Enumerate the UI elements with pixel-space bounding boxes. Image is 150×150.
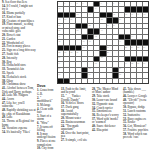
cell-r12c4[interactable] xyxy=(76,62,81,66)
black-cell-r9c3 xyxy=(70,46,75,50)
cell-r8c2[interactable] xyxy=(64,40,69,44)
cell-r11c9[interactable] xyxy=(107,57,112,61)
cell-r12c15[interactable]: 56 xyxy=(143,62,148,66)
cell-number: 7 xyxy=(107,2,108,4)
cell-r1c11[interactable]: 9 xyxy=(119,2,124,6)
cell-number: 48 xyxy=(107,51,109,53)
cell-r14c6[interactable]: 61 xyxy=(88,73,93,77)
cell-number: 37 xyxy=(119,40,121,42)
cell-number: 6 xyxy=(101,2,102,4)
cell-number: 42 xyxy=(137,46,139,48)
cell-r12c11[interactable] xyxy=(119,62,124,66)
cell-number: 17 xyxy=(137,13,139,15)
cell-number: 58 xyxy=(89,67,91,69)
black-cell-r7c6 xyxy=(88,35,93,39)
cell-number: 55 xyxy=(137,62,139,64)
cell-r4c15[interactable] xyxy=(143,18,148,22)
down-clues-column-2: 13. Push to the limit, and beyond15. "__… xyxy=(61,88,90,143)
black-cell-r10c8 xyxy=(100,51,105,55)
cell-r10c13[interactable] xyxy=(131,51,136,55)
black-cell-r9c4 xyxy=(76,46,81,50)
cell-r6c1[interactable]: 28 xyxy=(58,29,63,33)
cell-r15c6[interactable] xyxy=(88,79,93,83)
cell-r1c5[interactable]: 5 xyxy=(82,2,87,6)
clue-text: It's basically 'Yikes' xyxy=(7,130,31,134)
cell-r3c6[interactable]: 13 xyxy=(88,13,93,17)
black-cell-r15c2 xyxy=(64,79,69,83)
cell-r14c15[interactable] xyxy=(143,73,148,77)
cell-r6c10[interactable] xyxy=(113,29,118,33)
down-clues-column-4: 45. Take down ___ (humble)46. Lawyer: Go… xyxy=(123,88,149,140)
cell-number: 59 xyxy=(119,67,121,69)
cell-r9c13[interactable]: 41 xyxy=(131,46,136,50)
black-cell-r11c7 xyxy=(94,57,99,61)
cell-number: 10 xyxy=(58,7,60,9)
cell-r9c11[interactable] xyxy=(119,46,124,50)
cell-number: 33 xyxy=(131,35,133,37)
cell-r6c12[interactable] xyxy=(125,29,130,33)
cell-r12c14[interactable]: 55 xyxy=(137,62,142,66)
cell-r3c7[interactable] xyxy=(94,13,99,17)
cell-r10c14[interactable] xyxy=(137,51,142,55)
black-cell-r3c1 xyxy=(58,13,63,17)
cell-number: 41 xyxy=(131,46,133,48)
cell-r8c8[interactable] xyxy=(100,40,105,44)
black-cell-r14c10 xyxy=(113,73,118,77)
cell-r1c6[interactable] xyxy=(88,2,93,6)
cell-number: 31 xyxy=(58,35,60,37)
cell-r1c9[interactable]: 7 xyxy=(107,2,112,6)
cell-r13c9[interactable] xyxy=(107,68,112,72)
cell-r4c6[interactable] xyxy=(88,18,93,22)
black-cell-r7c11 xyxy=(119,35,124,39)
cell-r8c9[interactable] xyxy=(107,40,112,44)
black-cell-r11c14 xyxy=(137,57,142,61)
cell-number: 5 xyxy=(83,2,84,4)
cell-number: 56 xyxy=(143,62,145,64)
cell-r10c15[interactable] xyxy=(143,51,148,55)
cell-r1c13[interactable] xyxy=(131,2,136,6)
black-cell-r7c5 xyxy=(82,35,87,39)
black-cell-r11c13 xyxy=(131,57,136,61)
cell-r9c14[interactable]: 42 xyxy=(137,46,142,50)
cell-r11c10[interactable] xyxy=(113,57,118,61)
cell-r15c8[interactable] xyxy=(100,79,105,83)
cell-r4c12[interactable] xyxy=(125,18,130,22)
cell-r14c9[interactable] xyxy=(107,73,112,77)
cell-r6c9[interactable] xyxy=(107,29,112,33)
black-cell-r15c1 xyxy=(58,79,63,83)
down-clues-list-2: 13. Push to the limit, and beyond15. "__… xyxy=(61,88,90,143)
cell-number: 24 xyxy=(58,24,60,26)
cell-r15c3[interactable]: 63 xyxy=(70,79,75,83)
cell-r4c1[interactable]: 19 xyxy=(58,18,63,22)
cell-r3c11[interactable] xyxy=(119,13,124,17)
cell-number: 3 xyxy=(70,2,71,4)
black-cell-r7c12 xyxy=(125,35,130,39)
cell-number: 8 xyxy=(113,2,114,4)
cell-r6c8[interactable]: 30 xyxy=(100,29,105,33)
down-clues-list-3: 28. 'The Master Mind of Mars' author29. … xyxy=(92,88,121,132)
cell-r13c15[interactable] xyxy=(143,68,148,72)
cell-r9c5[interactable]: 38 xyxy=(82,46,87,50)
cell-r2c1[interactable]: 10 xyxy=(58,7,63,11)
clue-item: 10. City from Charlie Chaplin xyxy=(37,147,58,150)
cell-r7c14[interactable] xyxy=(137,35,142,39)
cell-r12c1[interactable]: 51 xyxy=(58,62,63,66)
black-cell-r6c6 xyxy=(88,29,93,33)
cell-r2c2[interactable] xyxy=(64,7,69,11)
cell-r13c8[interactable] xyxy=(100,68,105,72)
cell-r9c15[interactable]: 43 xyxy=(143,46,148,50)
cell-r11c4[interactable] xyxy=(76,57,81,61)
cell-r15c10[interactable] xyxy=(113,79,118,83)
cell-number: 18 xyxy=(143,13,145,15)
cell-number: 14 xyxy=(113,13,115,15)
cell-r13c4[interactable] xyxy=(76,68,81,72)
cell-r15c14[interactable] xyxy=(137,79,142,83)
cell-r1c3[interactable]: 3 xyxy=(70,2,75,6)
cell-number: 50 xyxy=(101,56,103,58)
cell-r6c14[interactable] xyxy=(137,29,142,33)
cell-number: 30 xyxy=(101,29,103,31)
cell-number: 16 xyxy=(131,13,133,15)
cell-r4c11[interactable]: 23 xyxy=(119,18,124,22)
cell-r4c4[interactable] xyxy=(76,18,81,22)
cell-r8c6[interactable]: 36 xyxy=(88,40,93,44)
black-cell-r9c8 xyxy=(100,46,105,50)
cell-r4c2[interactable]: 20 xyxy=(64,18,69,22)
cell-r3c13[interactable]: 16 xyxy=(131,13,136,17)
cell-r1c10[interactable]: 8 xyxy=(113,2,118,6)
cell-number: 53 xyxy=(125,62,127,64)
black-cell-r13c10 xyxy=(113,68,118,72)
cell-r5c9[interactable]: 26 xyxy=(107,24,112,28)
cell-r12c13[interactable]: 54 xyxy=(131,62,136,66)
cell-number: 57 xyxy=(58,67,60,69)
cell-r7c4[interactable] xyxy=(76,35,81,39)
down-clues-list-4: 45. Take down ___ (humble)46. Lawyer: Go… xyxy=(123,88,149,140)
cell-r12c3[interactable] xyxy=(70,62,75,66)
cell-r12c9[interactable] xyxy=(107,62,112,66)
cell-r5c3[interactable] xyxy=(70,24,75,28)
cell-number: 39 xyxy=(107,46,109,48)
cell-r5c12[interactable] xyxy=(125,24,130,28)
black-cell-r3c9 xyxy=(107,13,112,17)
cell-r12c12[interactable]: 53 xyxy=(125,62,130,66)
cell-r1c2[interactable]: 2 xyxy=(64,2,69,6)
black-cell-r4c10 xyxy=(113,18,118,22)
cell-r15c12[interactable] xyxy=(125,79,130,83)
cell-r8c1[interactable]: 34 xyxy=(58,40,63,44)
cell-r11c1[interactable]: 49 xyxy=(58,57,63,61)
cell-r15c5[interactable] xyxy=(82,79,87,83)
cell-number: 36 xyxy=(89,40,91,42)
clue-item: 42. Blueprint xyxy=(92,129,121,132)
cell-number: 25 xyxy=(89,24,91,26)
cell-r1c4[interactable]: 4 xyxy=(76,2,81,6)
clue-text: It simple, evil site xyxy=(66,138,88,142)
cell-r6c13[interactable] xyxy=(131,29,136,33)
cell-r8c10[interactable] xyxy=(113,40,118,44)
cell-r9c9[interactable]: 39 xyxy=(107,46,112,50)
cell-r9c10[interactable] xyxy=(113,46,118,50)
clue-item: 54. It's basically 'Yikes' xyxy=(2,131,36,134)
cell-r10c6[interactable] xyxy=(88,51,93,55)
cell-number: 47 xyxy=(76,51,78,53)
cell-r5c11[interactable] xyxy=(119,24,124,28)
cell-r7c7[interactable]: 32 xyxy=(94,35,99,39)
cell-r2c8[interactable] xyxy=(100,7,105,11)
down-clues-column-3: 28. 'The Master Mind of Mars' author29. … xyxy=(92,88,121,133)
cell-number: 20 xyxy=(64,18,66,20)
black-cell-r8c13 xyxy=(131,40,136,44)
cell-r10c3[interactable]: 46 xyxy=(70,51,75,55)
clue-item: 27. It simple, evil site xyxy=(61,139,90,142)
cell-r5c1[interactable]: 24 xyxy=(58,24,63,28)
cell-r8c4[interactable] xyxy=(76,40,81,44)
cell-r10c12[interactable] xyxy=(125,51,130,55)
cell-r15c13[interactable] xyxy=(131,79,136,83)
cell-r2c3[interactable] xyxy=(70,7,75,11)
black-cell-r2c14 xyxy=(137,7,142,11)
cell-r15c9[interactable] xyxy=(107,79,112,83)
cell-r13c3[interactable] xyxy=(70,68,75,72)
clue-item: 58. Word which can precede 'care' xyxy=(123,133,149,140)
black-cell-r2c6 xyxy=(88,7,93,11)
cell-r5c6[interactable]: 25 xyxy=(88,24,93,28)
cell-r10c5[interactable] xyxy=(82,51,87,55)
cell-r10c10[interactable] xyxy=(113,51,118,55)
cell-r2c9[interactable] xyxy=(107,7,112,11)
black-cell-r2c12 xyxy=(125,7,130,11)
cell-r10c2[interactable]: 45 xyxy=(64,51,69,55)
cell-number: 54 xyxy=(131,62,133,64)
cell-r15c7[interactable] xyxy=(94,79,99,83)
cell-r7c10[interactable] xyxy=(113,35,118,39)
cell-r14c4[interactable] xyxy=(76,73,81,77)
cell-r12c5[interactable] xyxy=(82,62,87,66)
cell-r6c15[interactable] xyxy=(143,29,148,33)
cell-number: 38 xyxy=(83,46,85,48)
cell-r11c6[interactable] xyxy=(88,57,93,61)
cell-r13c1[interactable]: 57 xyxy=(58,68,63,72)
cell-r5c10[interactable]: 27 xyxy=(113,24,118,28)
black-cell-r8c14 xyxy=(137,40,142,44)
cell-r12c10[interactable] xyxy=(113,62,118,66)
cell-r7c9[interactable] xyxy=(107,35,112,39)
cell-r3c14[interactable]: 17 xyxy=(137,13,142,17)
cell-r5c15[interactable] xyxy=(143,24,148,28)
cell-r8c3[interactable] xyxy=(70,40,75,44)
down-clues-list-1: 1. Grass from G.B.2. "___ moonstruck"3. … xyxy=(37,89,58,150)
cell-number: 52 xyxy=(95,62,97,64)
cell-r10c4[interactable]: 47 xyxy=(76,51,81,55)
cell-number: 63 xyxy=(70,78,72,80)
cell-r9c6[interactable] xyxy=(88,46,93,50)
black-cell-r4c9 xyxy=(107,18,112,22)
black-cell-r1c7 xyxy=(94,2,99,6)
black-cell-r8c12 xyxy=(125,40,130,44)
cell-r15c4[interactable] xyxy=(76,79,81,83)
cell-r13c13[interactable] xyxy=(131,68,136,72)
cell-r14c1[interactable]: 60 xyxy=(58,73,63,77)
cell-r13c11[interactable]: 59 xyxy=(119,68,124,72)
cell-r3c5[interactable] xyxy=(82,13,87,17)
black-cell-r2c13 xyxy=(131,7,136,11)
cell-r5c13[interactable] xyxy=(131,24,136,28)
cell-number: 40 xyxy=(125,46,127,48)
cell-r7c15[interactable] xyxy=(143,35,148,39)
cell-r1c14[interactable] xyxy=(137,2,142,6)
black-cell-r11c12 xyxy=(125,57,130,61)
cell-r3c4[interactable]: 12 xyxy=(76,13,81,17)
black-cell-r9c1 xyxy=(58,46,63,50)
cell-number: 13 xyxy=(89,13,91,15)
cell-r12c7[interactable]: 52 xyxy=(94,62,99,66)
cell-number: 60 xyxy=(58,73,60,75)
clue-text: Plant manure, seeding or mixed stone and… xyxy=(2,22,33,33)
cell-r2c10[interactable] xyxy=(113,7,118,11)
cell-r13c14[interactable] xyxy=(137,68,142,72)
cell-number: 61 xyxy=(89,73,91,75)
cell-r5c14[interactable] xyxy=(137,24,142,28)
cell-r12c6[interactable] xyxy=(88,62,93,66)
cell-r6c11[interactable] xyxy=(119,29,124,33)
cell-number: 22 xyxy=(101,18,103,20)
cell-number: 12 xyxy=(76,13,78,15)
cell-number: 45 xyxy=(64,51,66,53)
cell-r9c7[interactable] xyxy=(94,46,99,50)
cell-r6c3[interactable] xyxy=(70,29,75,33)
cell-r4c14[interactable] xyxy=(137,18,142,22)
cell-r13c12[interactable] xyxy=(125,68,130,72)
cell-r7c2[interactable] xyxy=(64,35,69,39)
cell-r14c11[interactable]: 62 xyxy=(119,73,124,77)
cell-r1c12[interactable] xyxy=(125,2,130,6)
cell-r10c1[interactable]: 44 xyxy=(58,51,63,55)
cell-r5c7[interactable] xyxy=(94,24,99,28)
cell-r12c8[interactable] xyxy=(100,62,105,66)
cell-r8c5[interactable]: 35 xyxy=(82,40,87,44)
cell-r14c2[interactable] xyxy=(64,73,69,77)
cell-r2c7[interactable]: 11 xyxy=(94,7,99,11)
cell-number: 62 xyxy=(119,73,121,75)
cell-r6c2[interactable] xyxy=(64,29,69,33)
black-cell-r6c7 xyxy=(94,29,99,33)
cell-r14c8[interactable] xyxy=(100,73,105,77)
cell-r2c5[interactable] xyxy=(82,7,87,11)
cell-r7c8[interactable] xyxy=(100,35,105,39)
cell-number: 2 xyxy=(64,2,65,4)
cell-r14c13[interactable] xyxy=(131,73,136,77)
cell-r1c1[interactable]: 1 xyxy=(58,2,63,6)
cell-r7c13[interactable]: 33 xyxy=(131,35,136,39)
black-cell-r13c5 xyxy=(82,68,87,72)
cell-number: 23 xyxy=(119,18,121,20)
cell-number: 4 xyxy=(76,2,77,4)
cell-r8c7[interactable] xyxy=(94,40,99,44)
cell-r11c11[interactable] xyxy=(119,57,124,61)
black-cell-r3c8 xyxy=(100,13,105,17)
clue-text: Word which can precede 'care' xyxy=(123,132,147,139)
cell-r13c7[interactable] xyxy=(94,68,99,72)
cell-r3c10[interactable]: 14 xyxy=(113,13,118,17)
crossword-puzzle-page: 9. Sea floor dwellers14. If I could, I m… xyxy=(0,0,150,150)
cell-r4c3[interactable]: 21 xyxy=(70,18,75,22)
cell-number: 1 xyxy=(58,2,59,4)
cell-r6c5[interactable] xyxy=(82,29,87,33)
cell-r4c8[interactable]: 22 xyxy=(100,18,105,22)
cell-number: 26 xyxy=(107,24,109,26)
crossword-grid[interactable]: 1234567891011121314151617181920212223242… xyxy=(57,1,149,84)
cell-r6c4[interactable]: 29 xyxy=(76,29,81,33)
cell-r11c2[interactable] xyxy=(64,57,69,61)
cell-number: 21 xyxy=(70,18,72,20)
cell-number: 49 xyxy=(58,56,60,58)
cell-r2c11[interactable] xyxy=(119,7,124,11)
black-cell-r3c3 xyxy=(70,13,75,17)
cell-r10c9[interactable]: 48 xyxy=(107,51,112,55)
black-cell-r5c4 xyxy=(76,24,81,28)
cell-number: 44 xyxy=(58,51,60,53)
cell-r14c3[interactable] xyxy=(70,73,75,77)
cell-r2c4[interactable] xyxy=(76,7,81,11)
cell-r3c15[interactable]: 18 xyxy=(143,13,148,17)
cell-r15c11[interactable] xyxy=(119,79,124,83)
cell-r9c12[interactable]: 40 xyxy=(125,46,130,50)
cell-r13c2[interactable] xyxy=(64,68,69,72)
cell-r11c5[interactable] xyxy=(82,57,87,61)
cell-r14c14[interactable] xyxy=(137,73,142,77)
cell-number: 9 xyxy=(119,2,120,4)
cell-r1c15[interactable] xyxy=(143,2,148,6)
cell-r7c1[interactable]: 31 xyxy=(58,35,63,39)
black-cell-r14c5 xyxy=(82,73,87,77)
across-clues-column: 9. Sea floor dwellers14. If I could, I m… xyxy=(2,1,36,135)
cell-number: 43 xyxy=(143,46,145,48)
cell-r10c11[interactable] xyxy=(119,51,124,55)
cell-r14c7[interactable] xyxy=(94,73,99,77)
cell-r5c2[interactable] xyxy=(64,24,69,28)
black-cell-r11c15 xyxy=(143,57,148,61)
cell-r1c8[interactable]: 6 xyxy=(100,2,105,6)
cell-r14c12[interactable] xyxy=(125,73,130,77)
cell-r8c11[interactable]: 37 xyxy=(119,40,124,44)
cell-r7c3[interactable] xyxy=(70,35,75,39)
black-cell-r8c15 xyxy=(143,40,148,44)
cell-r5c8[interactable] xyxy=(100,24,105,28)
down-clues-column-1: Down 1. Grass from G.B.2. "___ moonstruc… xyxy=(37,85,58,150)
cell-number: 51 xyxy=(58,62,60,64)
cell-number: 34 xyxy=(58,40,60,42)
black-cell-r2c15 xyxy=(143,7,148,11)
cell-r10c7[interactable] xyxy=(94,51,99,55)
cell-r12c2[interactable] xyxy=(64,62,69,66)
cell-r11c3[interactable] xyxy=(70,57,75,61)
cell-number: 19 xyxy=(58,18,60,20)
cell-number: 11 xyxy=(95,7,97,9)
cell-r4c5[interactable] xyxy=(82,18,87,22)
cell-number: 32 xyxy=(95,35,97,37)
cell-r11c8[interactable]: 50 xyxy=(100,57,105,61)
cell-r15c15[interactable] xyxy=(143,79,148,83)
cell-r13c6[interactable]: 58 xyxy=(88,68,93,72)
cell-r3c12[interactable]: 15 xyxy=(125,13,130,17)
cell-r4c13[interactable] xyxy=(131,18,136,22)
cell-r4c7[interactable] xyxy=(94,18,99,22)
cell-number: 46 xyxy=(70,51,72,53)
